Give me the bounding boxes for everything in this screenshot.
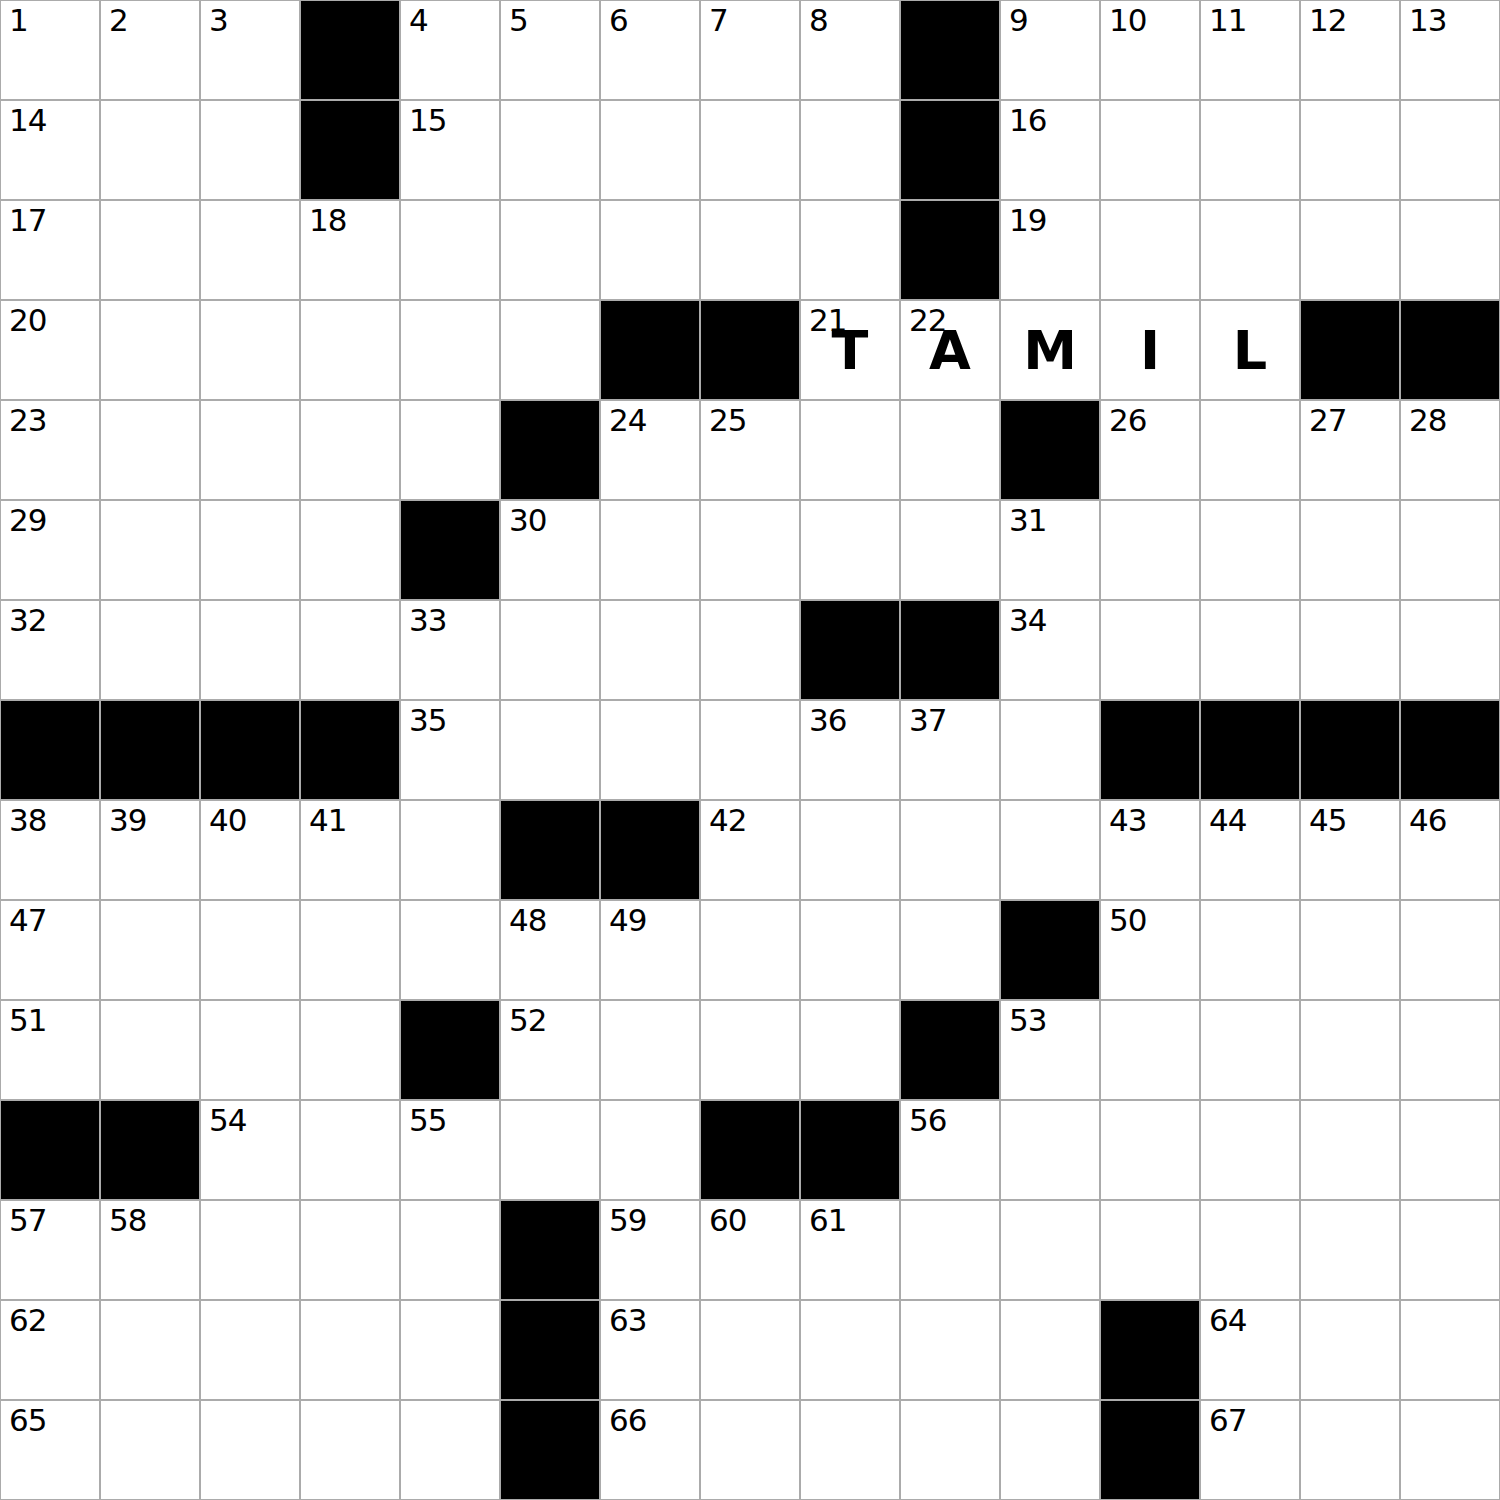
- clue-number: 21: [809, 305, 846, 336]
- cell-r2c5[interactable]: [500, 200, 600, 300]
- clue-number: 28: [1409, 405, 1446, 436]
- cell-r10c10[interactable]: 53: [1000, 1000, 1100, 1100]
- cell-r10c4-block: [400, 1000, 500, 1100]
- cell-r13c12[interactable]: 64: [1200, 1300, 1300, 1400]
- cell-r9c14[interactable]: [1400, 900, 1500, 1000]
- cell-r13c13[interactable]: [1300, 1300, 1400, 1400]
- clue-number: 37: [909, 705, 946, 736]
- clue-number: 32: [9, 605, 46, 636]
- cell-r1c5[interactable]: [500, 100, 600, 200]
- cell-r7c11-block: [1100, 700, 1200, 800]
- cell-r6c11[interactable]: [1100, 600, 1200, 700]
- cell-r2c13[interactable]: [1300, 200, 1400, 300]
- cell-r6c7[interactable]: [700, 600, 800, 700]
- cell-r0c11[interactable]: 10: [1100, 0, 1200, 100]
- cell-r14c9[interactable]: [900, 1400, 1000, 1500]
- cell-r1c0[interactable]: 14: [0, 100, 100, 200]
- cell-r11c6[interactable]: [600, 1100, 700, 1200]
- cell-r10c13[interactable]: [1300, 1000, 1400, 1100]
- cell-r9c3[interactable]: [300, 900, 400, 1000]
- cell-r0c1[interactable]: 2: [100, 0, 200, 100]
- clue-number: 27: [1309, 405, 1346, 436]
- cell-r3c9[interactable]: 22A: [900, 300, 1000, 400]
- cell-letter: L: [1233, 324, 1267, 378]
- clue-number: 35: [409, 705, 446, 736]
- cell-r2c2[interactable]: [200, 200, 300, 300]
- cell-r8c4[interactable]: [400, 800, 500, 900]
- clue-number: 45: [1309, 805, 1346, 836]
- cell-r8c6-block: [600, 800, 700, 900]
- cell-r2c12[interactable]: [1200, 200, 1300, 300]
- cell-r7c7[interactable]: [700, 700, 800, 800]
- cell-r1c9-block: [900, 100, 1000, 200]
- cell-r6c2[interactable]: [200, 600, 300, 700]
- cell-r0c13[interactable]: 12: [1300, 0, 1400, 100]
- cell-r14c8[interactable]: [800, 1400, 900, 1500]
- cell-r13c2[interactable]: [200, 1300, 300, 1400]
- clue-number: 17: [9, 205, 46, 236]
- cell-r14c7[interactable]: [700, 1400, 800, 1500]
- clue-number: 19: [1009, 205, 1046, 236]
- cell-r1c3-block: [300, 100, 400, 200]
- clue-number: 20: [9, 305, 46, 336]
- clue-number: 23: [9, 405, 46, 436]
- clue-number: 63: [609, 1305, 646, 1336]
- cell-r11c12[interactable]: [1200, 1100, 1300, 1200]
- cell-letter: I: [1140, 324, 1160, 378]
- cell-r9c6[interactable]: 49: [600, 900, 700, 1000]
- cell-r6c4[interactable]: 33: [400, 600, 500, 700]
- cell-r5c10[interactable]: 31: [1000, 500, 1100, 600]
- clue-number: 50: [1109, 905, 1146, 936]
- clue-number: 49: [609, 905, 646, 936]
- cell-r5c8[interactable]: [800, 500, 900, 600]
- cell-r1c6[interactable]: [600, 100, 700, 200]
- cell-r6c3[interactable]: [300, 600, 400, 700]
- clue-number: 12: [1309, 5, 1346, 36]
- cell-r14c13[interactable]: [1300, 1400, 1400, 1500]
- cell-r5c3[interactable]: [300, 500, 400, 600]
- cell-r12c12[interactable]: [1200, 1200, 1300, 1300]
- cell-r10c1[interactable]: [100, 1000, 200, 1100]
- cell-r3c14-block: [1400, 300, 1500, 400]
- cell-r9c9[interactable]: [900, 900, 1000, 1000]
- cell-r4c13[interactable]: 27: [1300, 400, 1400, 500]
- cell-r8c12[interactable]: 44: [1200, 800, 1300, 900]
- clue-number: 29: [9, 505, 46, 536]
- cell-r10c11[interactable]: [1100, 1000, 1200, 1100]
- cell-r13c4[interactable]: [400, 1300, 500, 1400]
- cell-r14c5-block: [500, 1400, 600, 1500]
- cell-r3c0[interactable]: 20: [0, 300, 100, 400]
- cell-r1c10[interactable]: 16: [1000, 100, 1100, 200]
- cell-r0c10[interactable]: 9: [1000, 0, 1100, 100]
- cell-r5c1[interactable]: [100, 500, 200, 600]
- cell-r1c2[interactable]: [200, 100, 300, 200]
- cell-r5c5[interactable]: 30: [500, 500, 600, 600]
- cell-r3c1[interactable]: [100, 300, 200, 400]
- cell-r13c5-block: [500, 1300, 600, 1400]
- cell-r4c1[interactable]: [100, 400, 200, 500]
- cell-r2c1[interactable]: [100, 200, 200, 300]
- clue-number: 53: [1009, 1005, 1046, 1036]
- clue-number: 1: [9, 5, 28, 36]
- clue-number: 15: [409, 105, 446, 136]
- cell-r14c12[interactable]: 67: [1200, 1400, 1300, 1500]
- cell-r10c9-block: [900, 1000, 1000, 1100]
- cell-r7c6[interactable]: [600, 700, 700, 800]
- clue-number: 46: [1409, 805, 1446, 836]
- cell-r11c3[interactable]: [300, 1100, 400, 1200]
- clue-number: 43: [1109, 805, 1146, 836]
- clue-number: 34: [1009, 605, 1046, 636]
- cell-r3c6-block: [600, 300, 700, 400]
- clue-number: 56: [909, 1105, 946, 1136]
- cell-r12c5-block: [500, 1200, 600, 1300]
- cell-r10c12[interactable]: [1200, 1000, 1300, 1100]
- cell-r7c9[interactable]: 37: [900, 700, 1000, 800]
- cell-r7c4[interactable]: 35: [400, 700, 500, 800]
- cell-r2c4[interactable]: [400, 200, 500, 300]
- cell-r4c11[interactable]: 26: [1100, 400, 1200, 500]
- clue-number: 30: [509, 505, 546, 536]
- cell-r5c12[interactable]: [1200, 500, 1300, 600]
- cell-r0c9-block: [900, 0, 1000, 100]
- cell-r10c0[interactable]: 51: [0, 1000, 100, 1100]
- cell-r11c2[interactable]: 54: [200, 1100, 300, 1200]
- cell-r12c11[interactable]: [1100, 1200, 1200, 1300]
- cell-r3c8[interactable]: 21T: [800, 300, 900, 400]
- clue-number: 61: [809, 1205, 846, 1236]
- clue-number: 14: [9, 105, 46, 136]
- cell-r8c7[interactable]: 42: [700, 800, 800, 900]
- cell-r13c10[interactable]: [1000, 1300, 1100, 1400]
- cell-r9c13[interactable]: [1300, 900, 1400, 1000]
- crossword-board: 123456789101112131415161718192021T22AMIL…: [0, 0, 1500, 1500]
- clue-number: 52: [509, 1005, 546, 1036]
- cell-r3c2[interactable]: [200, 300, 300, 400]
- cell-r2c0[interactable]: 17: [0, 200, 100, 300]
- cell-r12c14[interactable]: [1400, 1200, 1500, 1300]
- cell-r5c9[interactable]: [900, 500, 1000, 600]
- clue-number: 26: [1109, 405, 1146, 436]
- cell-r7c12-block: [1200, 700, 1300, 800]
- cell-r2c11[interactable]: [1100, 200, 1200, 300]
- clue-number: 13: [1409, 5, 1446, 36]
- clue-number: 5: [509, 5, 528, 36]
- cell-r12c4[interactable]: [400, 1200, 500, 1300]
- cell-r12c6[interactable]: 59: [600, 1200, 700, 1300]
- cell-r4c6[interactable]: 24: [600, 400, 700, 500]
- clue-number: 57: [9, 1205, 46, 1236]
- cell-r12c0[interactable]: 57: [0, 1200, 100, 1300]
- cell-r12c2[interactable]: [200, 1200, 300, 1300]
- cell-r9c8[interactable]: [800, 900, 900, 1000]
- clue-number: 59: [609, 1205, 646, 1236]
- cell-r4c10-block: [1000, 400, 1100, 500]
- cell-r1c14[interactable]: [1400, 100, 1500, 200]
- cell-r7c10[interactable]: [1000, 700, 1100, 800]
- clue-number: 42: [709, 805, 746, 836]
- cell-r14c0[interactable]: 65: [0, 1400, 100, 1500]
- cell-r7c5[interactable]: [500, 700, 600, 800]
- cell-r8c13[interactable]: 45: [1300, 800, 1400, 900]
- clue-number: 11: [1209, 5, 1246, 36]
- clue-number: 16: [1009, 105, 1046, 136]
- cell-r2c7[interactable]: [700, 200, 800, 300]
- clue-number: 40: [209, 805, 246, 836]
- cell-r14c11-block: [1100, 1400, 1200, 1500]
- cell-r8c9[interactable]: [900, 800, 1000, 900]
- cell-r7c0-block: [0, 700, 100, 800]
- cell-r2c9-block: [900, 200, 1000, 300]
- cell-r0c5[interactable]: 5: [500, 0, 600, 100]
- cell-r12c7[interactable]: 60: [700, 1200, 800, 1300]
- cell-r9c10-block: [1000, 900, 1100, 1000]
- clue-number: 55: [409, 1105, 446, 1136]
- clue-number: 3: [209, 5, 228, 36]
- cell-r3c12[interactable]: L: [1200, 300, 1300, 400]
- cell-r10c5[interactable]: 52: [500, 1000, 600, 1100]
- cell-r5c14[interactable]: [1400, 500, 1500, 600]
- cell-r3c5[interactable]: [500, 300, 600, 400]
- cell-r11c0-block: [0, 1100, 100, 1200]
- cell-r9c7[interactable]: [700, 900, 800, 1000]
- cell-r10c14[interactable]: [1400, 1000, 1500, 1100]
- cell-r8c14[interactable]: 46: [1400, 800, 1500, 900]
- cell-r13c9[interactable]: [900, 1300, 1000, 1400]
- cell-r10c6[interactable]: [600, 1000, 700, 1100]
- clue-number: 65: [9, 1405, 46, 1436]
- clue-number: 24: [609, 405, 646, 436]
- clue-number: 22: [909, 305, 946, 336]
- cell-r8c0[interactable]: 38: [0, 800, 100, 900]
- cell-r4c9[interactable]: [900, 400, 1000, 500]
- cell-r9c4[interactable]: [400, 900, 500, 1000]
- clue-number: 39: [109, 805, 146, 836]
- cell-r7c1-block: [100, 700, 200, 800]
- clue-number: 7: [709, 5, 728, 36]
- cell-r3c3[interactable]: [300, 300, 400, 400]
- cell-r13c6[interactable]: 63: [600, 1300, 700, 1400]
- cell-r11c10[interactable]: [1000, 1100, 1100, 1200]
- clue-number: 33: [409, 605, 446, 636]
- cell-r3c10[interactable]: M: [1000, 300, 1100, 400]
- cell-r6c0[interactable]: 32: [0, 600, 100, 700]
- cell-r2c10[interactable]: 19: [1000, 200, 1100, 300]
- cell-r14c2[interactable]: [200, 1400, 300, 1500]
- cell-r4c5-block: [500, 400, 600, 500]
- cell-r5c11[interactable]: [1100, 500, 1200, 600]
- cell-r8c8[interactable]: [800, 800, 900, 900]
- cell-r6c9-block: [900, 600, 1000, 700]
- cell-r14c10[interactable]: [1000, 1400, 1100, 1500]
- cell-r13c0[interactable]: 62: [0, 1300, 100, 1400]
- cell-r5c13[interactable]: [1300, 500, 1400, 600]
- cell-r10c2[interactable]: [200, 1000, 300, 1100]
- cell-r1c1[interactable]: [100, 100, 200, 200]
- cell-r13c7[interactable]: [700, 1300, 800, 1400]
- cell-r7c13-block: [1300, 700, 1400, 800]
- cell-r11c7-block: [700, 1100, 800, 1200]
- cell-letter: M: [1023, 324, 1077, 378]
- cell-r12c8[interactable]: 61: [800, 1200, 900, 1300]
- clue-number: 58: [109, 1205, 146, 1236]
- cell-r7c14-block: [1400, 700, 1500, 800]
- clue-number: 18: [309, 205, 346, 236]
- cell-r10c7[interactable]: [700, 1000, 800, 1100]
- cell-r4c7[interactable]: 25: [700, 400, 800, 500]
- clue-number: 51: [9, 1005, 46, 1036]
- cell-r4c4[interactable]: [400, 400, 500, 500]
- clue-number: 60: [709, 1205, 746, 1236]
- cell-r5c0[interactable]: 29: [0, 500, 100, 600]
- clue-number: 47: [9, 905, 46, 936]
- clue-number: 64: [1209, 1305, 1246, 1336]
- cell-r11c5[interactable]: [500, 1100, 600, 1200]
- cell-r13c8[interactable]: [800, 1300, 900, 1400]
- cell-r14c4[interactable]: [400, 1400, 500, 1500]
- cell-r7c3-block: [300, 700, 400, 800]
- cell-r2c8[interactable]: [800, 200, 900, 300]
- clue-number: 62: [9, 1305, 46, 1336]
- clue-number: 54: [209, 1105, 246, 1136]
- clue-number: 31: [1009, 505, 1046, 536]
- cell-r11c14[interactable]: [1400, 1100, 1500, 1200]
- cell-r12c9[interactable]: [900, 1200, 1000, 1300]
- cell-r4c12[interactable]: [1200, 400, 1300, 500]
- cell-r1c11[interactable]: [1100, 100, 1200, 200]
- cell-r0c6[interactable]: 6: [600, 0, 700, 100]
- cell-r5c4-block: [400, 500, 500, 600]
- cell-r5c2[interactable]: [200, 500, 300, 600]
- cell-r11c9[interactable]: 56: [900, 1100, 1000, 1200]
- cell-r3c4[interactable]: [400, 300, 500, 400]
- clue-number: 6: [609, 5, 628, 36]
- cell-r9c11[interactable]: 50: [1100, 900, 1200, 1000]
- cell-r12c10[interactable]: [1000, 1200, 1100, 1300]
- cell-r0c4[interactable]: 4: [400, 0, 500, 100]
- cell-r4c8[interactable]: [800, 400, 900, 500]
- clue-number: 41: [309, 805, 346, 836]
- cell-r14c6[interactable]: 66: [600, 1400, 700, 1500]
- clue-number: 66: [609, 1405, 646, 1436]
- cell-r8c10[interactable]: [1000, 800, 1100, 900]
- cell-r6c1[interactable]: [100, 600, 200, 700]
- cell-r1c13[interactable]: [1300, 100, 1400, 200]
- cell-r14c3[interactable]: [300, 1400, 400, 1500]
- cell-r3c11[interactable]: I: [1100, 300, 1200, 400]
- clue-number: 38: [9, 805, 46, 836]
- cell-r10c3[interactable]: [300, 1000, 400, 1100]
- cell-r0c12[interactable]: 11: [1200, 0, 1300, 100]
- cell-r11c1-block: [100, 1100, 200, 1200]
- cell-r2c14[interactable]: [1400, 200, 1500, 300]
- clue-number: 10: [1109, 5, 1146, 36]
- cell-r0c7[interactable]: 7: [700, 0, 800, 100]
- cell-r4c14[interactable]: 28: [1400, 400, 1500, 500]
- cell-r14c1[interactable]: [100, 1400, 200, 1500]
- cell-r5c7[interactable]: [700, 500, 800, 600]
- clue-number: 2: [109, 5, 128, 36]
- cell-r4c3[interactable]: [300, 400, 400, 500]
- cell-r13c11-block: [1100, 1300, 1200, 1400]
- cell-r9c5[interactable]: 48: [500, 900, 600, 1000]
- cell-r13c14[interactable]: [1400, 1300, 1500, 1400]
- cell-r1c8[interactable]: [800, 100, 900, 200]
- cell-r7c8[interactable]: 36: [800, 700, 900, 800]
- cell-r6c13[interactable]: [1300, 600, 1400, 700]
- cell-r4c0[interactable]: 23: [0, 400, 100, 500]
- cell-r11c13[interactable]: [1300, 1100, 1400, 1200]
- cell-r7c2-block: [200, 700, 300, 800]
- cell-r8c1[interactable]: 39: [100, 800, 200, 900]
- cell-r6c14[interactable]: [1400, 600, 1500, 700]
- cell-r8c2[interactable]: 40: [200, 800, 300, 900]
- cell-r6c8-block: [800, 600, 900, 700]
- cell-r10c8[interactable]: [800, 1000, 900, 1100]
- clue-number: 25: [709, 405, 746, 436]
- cell-r0c14[interactable]: 13: [1400, 0, 1500, 100]
- clue-number: 44: [1209, 805, 1246, 836]
- cell-r0c0[interactable]: 1: [0, 0, 100, 100]
- clue-number: 8: [809, 5, 828, 36]
- cell-r1c7[interactable]: [700, 100, 800, 200]
- cell-r9c2[interactable]: [200, 900, 300, 1000]
- cell-r13c1[interactable]: [100, 1300, 200, 1400]
- cell-r3c7-block: [700, 300, 800, 400]
- cell-r9c1[interactable]: [100, 900, 200, 1000]
- cell-r12c3[interactable]: [300, 1200, 400, 1300]
- cell-r6c5[interactable]: [500, 600, 600, 700]
- cell-r9c0[interactable]: 47: [0, 900, 100, 1000]
- cell-r0c3-block: [300, 0, 400, 100]
- cell-r14c14[interactable]: [1400, 1400, 1500, 1500]
- cell-r2c6[interactable]: [600, 200, 700, 300]
- cell-r0c8[interactable]: 8: [800, 0, 900, 100]
- cell-r9c12[interactable]: [1200, 900, 1300, 1000]
- clue-number: 67: [1209, 1405, 1246, 1436]
- cell-r4c2[interactable]: [200, 400, 300, 500]
- cell-r8c3[interactable]: 41: [300, 800, 400, 900]
- clue-number: 36: [809, 705, 846, 736]
- cell-r8c5-block: [500, 800, 600, 900]
- cell-r1c12[interactable]: [1200, 100, 1300, 200]
- cell-r5c6[interactable]: [600, 500, 700, 600]
- clue-number: 9: [1009, 5, 1028, 36]
- clue-number: 4: [409, 5, 428, 36]
- clue-number: 48: [509, 905, 546, 936]
- cell-r6c10[interactable]: 34: [1000, 600, 1100, 700]
- cell-r1c4[interactable]: 15: [400, 100, 500, 200]
- cell-r3c13-block: [1300, 300, 1400, 400]
- cell-r2c3[interactable]: 18: [300, 200, 400, 300]
- cell-r11c8-block: [800, 1100, 900, 1200]
- cell-r8c11[interactable]: 43: [1100, 800, 1200, 900]
- cell-r6c12[interactable]: [1200, 600, 1300, 700]
- cell-r11c11[interactable]: [1100, 1100, 1200, 1200]
- cell-r13c3[interactable]: [300, 1300, 400, 1400]
- cell-r12c13[interactable]: [1300, 1200, 1400, 1300]
- cell-r12c1[interactable]: 58: [100, 1200, 200, 1300]
- cell-r0c2[interactable]: 3: [200, 0, 300, 100]
- cell-r6c6[interactable]: [600, 600, 700, 700]
- cell-r11c4[interactable]: 55: [400, 1100, 500, 1200]
